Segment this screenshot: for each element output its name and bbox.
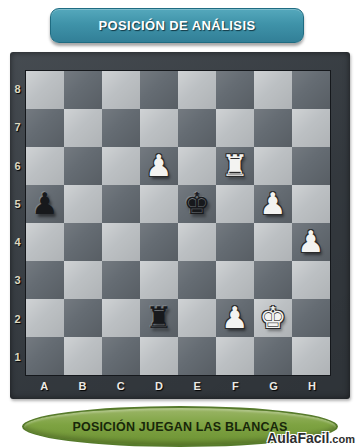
square-e8[interactable] xyxy=(178,71,216,109)
board-grid: ♟♜♟♚♟♟♜♟♚ xyxy=(25,70,331,376)
file-label-g: G xyxy=(255,376,293,396)
file-label-c: C xyxy=(102,376,140,396)
square-a4[interactable] xyxy=(26,223,64,261)
square-c6[interactable] xyxy=(102,147,140,185)
square-h5[interactable] xyxy=(292,185,330,223)
side-to-move-text: POSICIÓN JUEGAN LAS BLANCAS xyxy=(72,420,287,434)
square-b6[interactable] xyxy=(64,147,102,185)
square-g3[interactable] xyxy=(254,261,292,299)
square-b1[interactable] xyxy=(64,337,102,375)
square-a6[interactable] xyxy=(26,147,64,185)
square-g4[interactable] xyxy=(254,223,292,261)
square-d7[interactable] xyxy=(140,109,178,147)
analysis-title-banner: POSICIÓN DE ANÁLISIS xyxy=(50,8,304,43)
file-label-h: H xyxy=(293,376,331,396)
white-king-g2[interactable]: ♚ xyxy=(260,299,287,337)
square-c8[interactable] xyxy=(102,71,140,109)
file-label-f: F xyxy=(216,376,254,396)
square-d8[interactable] xyxy=(140,71,178,109)
file-label-b: B xyxy=(63,376,101,396)
square-a3[interactable] xyxy=(26,261,64,299)
square-f6[interactable]: ♜ xyxy=(216,147,254,185)
white-pawn-g5[interactable]: ♟ xyxy=(260,185,287,223)
square-d3[interactable] xyxy=(140,261,178,299)
square-h6[interactable] xyxy=(292,147,330,185)
watermark-suffix: .com xyxy=(329,433,355,445)
black-rook-d2[interactable]: ♜ xyxy=(146,299,173,337)
square-f2[interactable]: ♟ xyxy=(216,299,254,337)
watermark: AulaFacil.com xyxy=(267,429,355,447)
square-c5[interactable] xyxy=(102,185,140,223)
watermark-brand: AulaFacil xyxy=(267,430,329,446)
square-h2[interactable] xyxy=(292,299,330,337)
file-label-d: D xyxy=(140,376,178,396)
rank-label-2: 2 xyxy=(10,300,25,338)
square-e7[interactable] xyxy=(178,109,216,147)
rank-label-7: 7 xyxy=(10,108,25,146)
square-a5[interactable]: ♟ xyxy=(26,185,64,223)
black-king-e5[interactable]: ♚ xyxy=(184,185,211,223)
analysis-title-text: POSICIÓN DE ANÁLISIS xyxy=(98,18,255,33)
square-e1[interactable] xyxy=(178,337,216,375)
square-g1[interactable] xyxy=(254,337,292,375)
square-h4[interactable]: ♟ xyxy=(292,223,330,261)
rank-label-5: 5 xyxy=(10,185,25,223)
chess-board: 87654321 ♟♜♟♚♟♟♜♟♚ ABCDEFGH xyxy=(10,52,350,399)
square-b4[interactable] xyxy=(64,223,102,261)
square-c7[interactable] xyxy=(102,109,140,147)
rank-label-4: 4 xyxy=(10,223,25,261)
square-h8[interactable] xyxy=(292,71,330,109)
square-e5[interactable]: ♚ xyxy=(178,185,216,223)
square-h7[interactable] xyxy=(292,109,330,147)
square-c3[interactable] xyxy=(102,261,140,299)
white-rook-f6[interactable]: ♜ xyxy=(222,147,249,185)
square-g2[interactable]: ♚ xyxy=(254,299,292,337)
black-pawn-a5[interactable]: ♟ xyxy=(32,185,59,223)
square-d2[interactable]: ♜ xyxy=(140,299,178,337)
square-b8[interactable] xyxy=(64,71,102,109)
rank-label-8: 8 xyxy=(10,70,25,108)
square-a8[interactable] xyxy=(26,71,64,109)
white-pawn-h4[interactable]: ♟ xyxy=(298,223,325,261)
square-d1[interactable] xyxy=(140,337,178,375)
square-b3[interactable] xyxy=(64,261,102,299)
square-b7[interactable] xyxy=(64,109,102,147)
square-f8[interactable] xyxy=(216,71,254,109)
square-h1[interactable] xyxy=(292,337,330,375)
square-b5[interactable] xyxy=(64,185,102,223)
rank-labels: 87654321 xyxy=(10,70,25,376)
rank-label-3: 3 xyxy=(10,261,25,299)
square-f4[interactable] xyxy=(216,223,254,261)
square-a2[interactable] xyxy=(26,299,64,337)
square-g6[interactable] xyxy=(254,147,292,185)
square-e4[interactable] xyxy=(178,223,216,261)
square-c4[interactable] xyxy=(102,223,140,261)
square-d6[interactable]: ♟ xyxy=(140,147,178,185)
square-f3[interactable] xyxy=(216,261,254,299)
square-e2[interactable] xyxy=(178,299,216,337)
rank-label-1: 1 xyxy=(10,338,25,376)
square-h3[interactable] xyxy=(292,261,330,299)
square-f1[interactable] xyxy=(216,337,254,375)
rank-label-6: 6 xyxy=(10,147,25,185)
square-g8[interactable] xyxy=(254,71,292,109)
square-f5[interactable] xyxy=(216,185,254,223)
square-f7[interactable] xyxy=(216,109,254,147)
square-a7[interactable] xyxy=(26,109,64,147)
square-e6[interactable] xyxy=(178,147,216,185)
white-pawn-d6[interactable]: ♟ xyxy=(146,147,173,185)
square-g7[interactable] xyxy=(254,109,292,147)
file-label-a: A xyxy=(25,376,63,396)
file-labels: ABCDEFGH xyxy=(25,376,331,396)
square-d4[interactable] xyxy=(140,223,178,261)
square-g5[interactable]: ♟ xyxy=(254,185,292,223)
square-d5[interactable] xyxy=(140,185,178,223)
white-pawn-f2[interactable]: ♟ xyxy=(222,299,249,337)
square-c2[interactable] xyxy=(102,299,140,337)
file-label-e: E xyxy=(178,376,216,396)
square-b2[interactable] xyxy=(64,299,102,337)
square-a1[interactable] xyxy=(26,337,64,375)
square-c1[interactable] xyxy=(102,337,140,375)
square-e3[interactable] xyxy=(178,261,216,299)
